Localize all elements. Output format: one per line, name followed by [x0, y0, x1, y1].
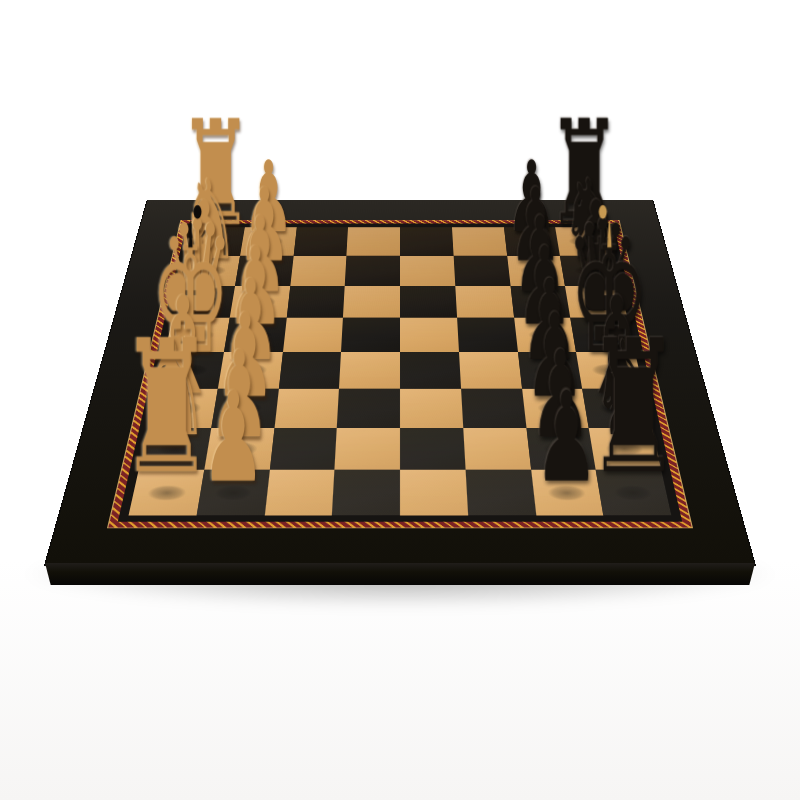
square-f4[interactable]	[337, 389, 400, 428]
trim-inner-margin: ♜♟♟♜♞♟♟♞♝♟♟♝♛♟♟♛♚♟♟♚♝♟♟♝♞♟♟♞♜♟♟♜	[118, 224, 682, 522]
square-c5[interactable]	[400, 286, 457, 318]
square-b3[interactable]	[290, 256, 347, 286]
square-g5[interactable]	[400, 428, 465, 470]
square-g3[interactable]	[269, 428, 337, 470]
square-d3[interactable]	[283, 318, 344, 352]
marquetry-trim: ♜♟♟♜♞♟♟♞♝♟♟♝♛♟♟♛♚♟♟♚♝♟♟♝♞♟♟♞♜♟♟♜	[107, 220, 693, 528]
square-c3[interactable]	[286, 286, 345, 318]
square-e3[interactable]	[278, 352, 341, 389]
square-f6[interactable]	[461, 389, 526, 428]
square-b5[interactable]	[400, 256, 455, 286]
square-a3[interactable]	[293, 227, 348, 255]
square-h6[interactable]	[465, 470, 535, 515]
board-grid: ♜♟♟♜♞♟♟♞♝♟♟♝♛♟♟♛♚♟♟♚♝♟♟♝♞♟♟♞♜♟♟♜	[129, 227, 672, 515]
square-b4[interactable]	[345, 256, 400, 286]
square-d6[interactable]	[457, 318, 518, 352]
square-f5[interactable]	[400, 389, 463, 428]
black-rook-icon: ♜	[585, 315, 680, 499]
chessboard: ♜♟♟♜♞♟♟♞♝♟♟♝♛♟♟♛♚♟♟♚♝♟♟♝♞♟♟♞♜♟♟♜	[45, 200, 755, 565]
square-g4[interactable]	[335, 428, 400, 470]
square-h5[interactable]	[400, 470, 468, 515]
square-h1[interactable]: ♜	[129, 470, 204, 515]
square-d4[interactable]	[341, 318, 400, 352]
square-h2[interactable]: ♟	[196, 470, 269, 515]
scene: ♜♟♟♜♞♟♟♞♝♟♟♝♛♟♟♛♚♟♟♚♝♟♟♝♞♟♟♞♜♟♟♜	[105, 57, 695, 647]
square-h8[interactable]: ♜	[596, 470, 671, 515]
board-side-edge	[45, 563, 755, 585]
square-d5[interactable]	[400, 318, 459, 352]
square-a6[interactable]	[452, 227, 507, 255]
square-h4[interactable]	[332, 470, 400, 515]
square-c6[interactable]	[455, 286, 514, 318]
square-c4[interactable]	[343, 286, 400, 318]
king-finial-spire	[188, 211, 194, 248]
square-e5[interactable]	[400, 352, 461, 389]
square-b6[interactable]	[453, 256, 510, 286]
square-a5[interactable]	[400, 227, 453, 255]
square-h3[interactable]	[264, 470, 334, 515]
square-a4[interactable]	[347, 227, 400, 255]
white-pawn-icon: ♟	[201, 374, 266, 499]
square-e4[interactable]	[339, 352, 400, 389]
king-finial-spire	[606, 211, 612, 248]
product-photo: ♜♟♟♜♞♟♟♞♝♟♟♝♛♟♟♛♚♟♟♚♝♟♟♝♞♟♟♞♜♟♟♜	[0, 0, 800, 800]
square-g6[interactable]	[463, 428, 531, 470]
square-f3[interactable]	[274, 389, 339, 428]
square-e6[interactable]	[459, 352, 522, 389]
